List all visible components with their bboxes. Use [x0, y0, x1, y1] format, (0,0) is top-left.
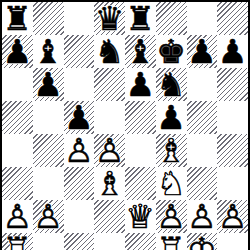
square-g2[interactable]: ♟♙: [187, 200, 218, 233]
white-queen: ♛♕: [125, 200, 156, 233]
black-pawn: ♟: [64, 101, 95, 134]
square-a2[interactable]: ♟♙: [2, 200, 33, 233]
square-e6[interactable]: ♟: [125, 68, 156, 101]
white-king: ♚♔: [187, 233, 218, 250]
square-h3[interactable]: [217, 167, 248, 200]
white-bishop: ♝♗: [94, 167, 125, 200]
square-h1[interactable]: [217, 233, 248, 250]
chess-board: ♜♛♜♟♝♞♝♚♟♟♟♟♞♟♟♟♙♟♙♝♗♝♗♞♘♟♙♟♙♛♕♟♙♟♙♟♙♜♖♜…: [0, 0, 250, 250]
square-b6[interactable]: ♟: [33, 68, 64, 101]
square-d4[interactable]: ♟♙: [94, 134, 125, 167]
square-e1[interactable]: [125, 233, 156, 250]
square-g1[interactable]: ♚♔: [187, 233, 218, 250]
square-f3[interactable]: ♞♘: [156, 167, 187, 200]
square-d7[interactable]: ♞: [94, 35, 125, 68]
square-d8[interactable]: ♛: [94, 2, 125, 35]
black-king: ♚: [156, 35, 187, 68]
square-h6[interactable]: [217, 68, 248, 101]
square-c1[interactable]: [64, 233, 95, 250]
square-e8[interactable]: ♜: [125, 2, 156, 35]
square-d2[interactable]: [94, 200, 125, 233]
square-a8[interactable]: ♜: [2, 2, 33, 35]
square-f6[interactable]: ♞: [156, 68, 187, 101]
white-pawn: ♟♙: [156, 200, 187, 233]
white-pawn: ♟♙: [33, 200, 64, 233]
square-f2[interactable]: ♟♙: [156, 200, 187, 233]
square-g8[interactable]: [187, 2, 218, 35]
black-pawn: ♟: [156, 101, 187, 134]
square-a7[interactable]: ♟: [2, 35, 33, 68]
square-e7[interactable]: ♝: [125, 35, 156, 68]
square-d6[interactable]: [94, 68, 125, 101]
black-rook: ♜: [125, 2, 156, 35]
square-d5[interactable]: [94, 101, 125, 134]
square-f5[interactable]: ♟: [156, 101, 187, 134]
square-g3[interactable]: [187, 167, 218, 200]
square-g6[interactable]: [187, 68, 218, 101]
square-f8[interactable]: [156, 2, 187, 35]
black-rook: ♜: [2, 2, 33, 35]
white-pawn: ♟♙: [94, 134, 125, 167]
square-h2[interactable]: ♟♙: [217, 200, 248, 233]
white-rook: ♜♖: [2, 233, 33, 250]
square-d3[interactable]: ♝♗: [94, 167, 125, 200]
square-c6[interactable]: [64, 68, 95, 101]
square-a5[interactable]: [2, 101, 33, 134]
square-b7[interactable]: ♝: [33, 35, 64, 68]
square-g7[interactable]: ♟: [187, 35, 218, 68]
square-b2[interactable]: ♟♙: [33, 200, 64, 233]
square-f4[interactable]: ♝♗: [156, 134, 187, 167]
white-pawn: ♟♙: [217, 200, 248, 233]
white-pawn: ♟♙: [187, 200, 218, 233]
square-e5[interactable]: [125, 101, 156, 134]
square-f7[interactable]: ♚: [156, 35, 187, 68]
square-a3[interactable]: [2, 167, 33, 200]
square-e4[interactable]: [125, 134, 156, 167]
square-b4[interactable]: [33, 134, 64, 167]
square-c3[interactable]: [64, 167, 95, 200]
square-e2[interactable]: ♛♕: [125, 200, 156, 233]
black-pawn: ♟: [217, 35, 248, 68]
square-g5[interactable]: [187, 101, 218, 134]
square-h4[interactable]: [217, 134, 248, 167]
board-grid: ♜♛♜♟♝♞♝♚♟♟♟♟♞♟♟♟♙♟♙♝♗♝♗♞♘♟♙♟♙♛♕♟♙♟♙♟♙♜♖♜…: [0, 0, 250, 250]
white-pawn: ♟♙: [64, 134, 95, 167]
square-c5[interactable]: ♟: [64, 101, 95, 134]
square-g4[interactable]: [187, 134, 218, 167]
square-a1[interactable]: ♜♖: [2, 233, 33, 250]
black-pawn: ♟: [125, 68, 156, 101]
square-c2[interactable]: [64, 200, 95, 233]
square-b5[interactable]: [33, 101, 64, 134]
square-c8[interactable]: [64, 2, 95, 35]
black-bishop: ♝: [33, 35, 64, 68]
black-pawn: ♟: [187, 35, 218, 68]
black-knight: ♞: [94, 35, 125, 68]
square-c7[interactable]: [64, 35, 95, 68]
black-bishop: ♝: [125, 35, 156, 68]
black-pawn: ♟: [2, 35, 33, 68]
black-queen: ♛: [94, 2, 125, 35]
square-a6[interactable]: [2, 68, 33, 101]
black-pawn: ♟: [33, 68, 64, 101]
square-e3[interactable]: [125, 167, 156, 200]
square-b3[interactable]: [33, 167, 64, 200]
square-h5[interactable]: [217, 101, 248, 134]
square-c4[interactable]: ♟♙: [64, 134, 95, 167]
black-knight: ♞: [156, 68, 187, 101]
square-f1[interactable]: ♜♖: [156, 233, 187, 250]
white-pawn: ♟♙: [2, 200, 33, 233]
square-a4[interactable]: [2, 134, 33, 167]
white-rook: ♜♖: [156, 233, 187, 250]
white-bishop: ♝♗: [156, 134, 187, 167]
square-b8[interactable]: [33, 2, 64, 35]
square-b1[interactable]: [33, 233, 64, 250]
square-d1[interactable]: [94, 233, 125, 250]
square-h7[interactable]: ♟: [217, 35, 248, 68]
white-knight: ♞♘: [156, 167, 187, 200]
square-h8[interactable]: [217, 2, 248, 35]
